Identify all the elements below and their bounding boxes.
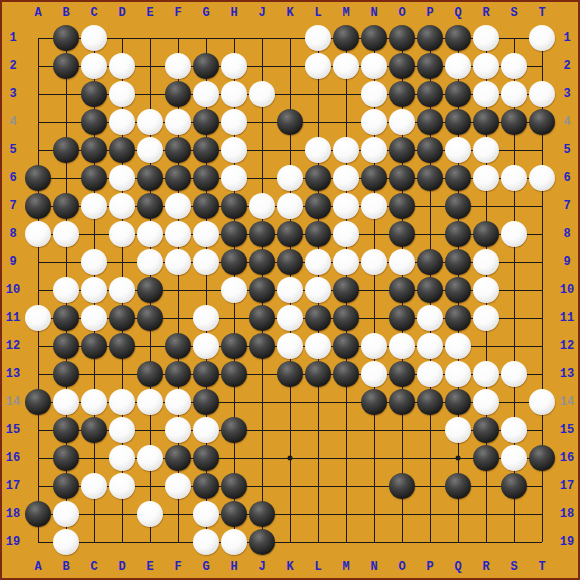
intersection-A10[interactable] [24,276,52,304]
intersection-S4[interactable] [500,108,528,136]
intersection-J13[interactable] [248,360,276,388]
intersection-K1[interactable] [276,24,304,52]
intersection-D19[interactable] [108,528,136,556]
intersection-F15[interactable] [164,416,192,444]
intersection-G5[interactable] [192,136,220,164]
intersection-N7[interactable] [360,192,388,220]
intersection-H18[interactable] [220,500,248,528]
intersection-J10[interactable] [248,276,276,304]
intersection-T7[interactable] [528,192,556,220]
intersection-H1[interactable] [220,24,248,52]
intersection-T17[interactable] [528,472,556,500]
intersection-B13[interactable] [52,360,80,388]
intersection-O13[interactable] [388,360,416,388]
intersection-L3[interactable] [304,80,332,108]
intersection-N16[interactable] [360,444,388,472]
intersection-B3[interactable] [52,80,80,108]
intersection-T6[interactable] [528,164,556,192]
intersection-F6[interactable] [164,164,192,192]
intersection-B10[interactable] [52,276,80,304]
intersection-M15[interactable] [332,416,360,444]
intersection-G8[interactable] [192,220,220,248]
intersection-O19[interactable] [388,528,416,556]
intersection-C6[interactable] [80,164,108,192]
intersection-P14[interactable] [416,388,444,416]
intersection-G4[interactable] [192,108,220,136]
intersection-P8[interactable] [416,220,444,248]
intersection-H12[interactable] [220,332,248,360]
intersection-R4[interactable] [472,108,500,136]
intersection-L5[interactable] [304,136,332,164]
intersection-R5[interactable] [472,136,500,164]
intersection-R19[interactable] [472,528,500,556]
intersection-E3[interactable] [136,80,164,108]
intersection-A2[interactable] [24,52,52,80]
intersection-D7[interactable] [108,192,136,220]
intersection-M11[interactable] [332,304,360,332]
intersection-N9[interactable] [360,248,388,276]
intersection-D5[interactable] [108,136,136,164]
intersection-R1[interactable] [472,24,500,52]
intersection-M19[interactable] [332,528,360,556]
intersection-A18[interactable] [24,500,52,528]
intersection-C1[interactable] [80,24,108,52]
intersection-H5[interactable] [220,136,248,164]
intersection-E11[interactable] [136,304,164,332]
intersection-L6[interactable] [304,164,332,192]
intersection-F3[interactable] [164,80,192,108]
intersection-J16[interactable] [248,444,276,472]
intersection-R8[interactable] [472,220,500,248]
intersection-G16[interactable] [192,444,220,472]
intersection-N3[interactable] [360,80,388,108]
intersection-K7[interactable] [276,192,304,220]
intersection-L1[interactable] [304,24,332,52]
intersection-H16[interactable] [220,444,248,472]
intersection-K8[interactable] [276,220,304,248]
intersection-P11[interactable] [416,304,444,332]
intersection-H2[interactable] [220,52,248,80]
intersection-R7[interactable] [472,192,500,220]
intersection-Q2[interactable] [444,52,472,80]
intersection-C7[interactable] [80,192,108,220]
intersection-A12[interactable] [24,332,52,360]
intersection-Q5[interactable] [444,136,472,164]
intersection-B16[interactable] [52,444,80,472]
intersection-L13[interactable] [304,360,332,388]
intersection-B5[interactable] [52,136,80,164]
intersection-F16[interactable] [164,444,192,472]
intersection-R17[interactable] [472,472,500,500]
intersection-G19[interactable] [192,528,220,556]
intersection-A1[interactable] [24,24,52,52]
intersection-P17[interactable] [416,472,444,500]
intersection-M3[interactable] [332,80,360,108]
intersection-H11[interactable] [220,304,248,332]
intersection-E13[interactable] [136,360,164,388]
intersection-O9[interactable] [388,248,416,276]
intersection-H3[interactable] [220,80,248,108]
intersection-E17[interactable] [136,472,164,500]
intersection-P9[interactable] [416,248,444,276]
intersection-Q4[interactable] [444,108,472,136]
intersection-F12[interactable] [164,332,192,360]
intersection-R16[interactable] [472,444,500,472]
intersection-N12[interactable] [360,332,388,360]
intersection-K3[interactable] [276,80,304,108]
intersection-P4[interactable] [416,108,444,136]
intersection-A4[interactable] [24,108,52,136]
intersection-R2[interactable] [472,52,500,80]
intersection-M6[interactable] [332,164,360,192]
intersection-R6[interactable] [472,164,500,192]
intersection-K15[interactable] [276,416,304,444]
intersection-S11[interactable] [500,304,528,332]
intersection-E18[interactable] [136,500,164,528]
intersection-J17[interactable] [248,472,276,500]
intersection-J6[interactable] [248,164,276,192]
intersection-C8[interactable] [80,220,108,248]
intersection-H8[interactable] [220,220,248,248]
intersection-T4[interactable] [528,108,556,136]
intersection-G6[interactable] [192,164,220,192]
intersection-F18[interactable] [164,500,192,528]
intersection-M1[interactable] [332,24,360,52]
intersection-G15[interactable] [192,416,220,444]
intersection-E15[interactable] [136,416,164,444]
intersection-L11[interactable] [304,304,332,332]
intersection-J5[interactable] [248,136,276,164]
intersection-E2[interactable] [136,52,164,80]
intersection-L12[interactable] [304,332,332,360]
intersection-Q16[interactable] [444,444,472,472]
intersection-C16[interactable] [80,444,108,472]
intersection-Q15[interactable] [444,416,472,444]
intersection-C5[interactable] [80,136,108,164]
intersection-D11[interactable] [108,304,136,332]
intersection-T3[interactable] [528,80,556,108]
intersection-P3[interactable] [416,80,444,108]
intersection-J8[interactable] [248,220,276,248]
intersection-S5[interactable] [500,136,528,164]
intersection-D10[interactable] [108,276,136,304]
intersection-T2[interactable] [528,52,556,80]
intersection-G1[interactable] [192,24,220,52]
intersection-D9[interactable] [108,248,136,276]
intersection-C15[interactable] [80,416,108,444]
intersection-N2[interactable] [360,52,388,80]
intersection-L14[interactable] [304,388,332,416]
intersection-A15[interactable] [24,416,52,444]
intersection-Q10[interactable] [444,276,472,304]
intersection-Q8[interactable] [444,220,472,248]
intersection-S8[interactable] [500,220,528,248]
intersection-D15[interactable] [108,416,136,444]
intersection-L7[interactable] [304,192,332,220]
intersection-N15[interactable] [360,416,388,444]
intersection-M14[interactable] [332,388,360,416]
intersection-H17[interactable] [220,472,248,500]
intersection-H13[interactable] [220,360,248,388]
intersection-O16[interactable] [388,444,416,472]
intersection-E16[interactable] [136,444,164,472]
intersection-T16[interactable] [528,444,556,472]
intersection-N10[interactable] [360,276,388,304]
intersection-O3[interactable] [388,80,416,108]
intersection-D16[interactable] [108,444,136,472]
intersection-R11[interactable] [472,304,500,332]
intersection-D8[interactable] [108,220,136,248]
intersection-K12[interactable] [276,332,304,360]
intersection-D12[interactable] [108,332,136,360]
intersection-N14[interactable] [360,388,388,416]
intersection-B17[interactable] [52,472,80,500]
intersection-D3[interactable] [108,80,136,108]
intersection-M8[interactable] [332,220,360,248]
intersection-G12[interactable] [192,332,220,360]
intersection-T18[interactable] [528,500,556,528]
intersection-T12[interactable] [528,332,556,360]
intersection-Q18[interactable] [444,500,472,528]
intersection-P7[interactable] [416,192,444,220]
intersection-F9[interactable] [164,248,192,276]
intersection-S9[interactable] [500,248,528,276]
intersection-K10[interactable] [276,276,304,304]
intersection-O12[interactable] [388,332,416,360]
intersection-L9[interactable] [304,248,332,276]
intersection-E12[interactable] [136,332,164,360]
intersection-F4[interactable] [164,108,192,136]
intersection-H14[interactable] [220,388,248,416]
intersection-N5[interactable] [360,136,388,164]
intersection-L8[interactable] [304,220,332,248]
intersection-L17[interactable] [304,472,332,500]
intersection-S16[interactable] [500,444,528,472]
intersection-R15[interactable] [472,416,500,444]
intersection-O6[interactable] [388,164,416,192]
intersection-L15[interactable] [304,416,332,444]
intersection-R9[interactable] [472,248,500,276]
intersection-S14[interactable] [500,388,528,416]
intersection-H7[interactable] [220,192,248,220]
intersection-F11[interactable] [164,304,192,332]
intersection-O14[interactable] [388,388,416,416]
intersection-J9[interactable] [248,248,276,276]
intersection-F19[interactable] [164,528,192,556]
intersection-J3[interactable] [248,80,276,108]
intersection-C9[interactable] [80,248,108,276]
intersection-D18[interactable] [108,500,136,528]
intersection-B12[interactable] [52,332,80,360]
intersection-P15[interactable] [416,416,444,444]
intersection-K13[interactable] [276,360,304,388]
intersection-Q12[interactable] [444,332,472,360]
intersection-L16[interactable] [304,444,332,472]
intersection-K4[interactable] [276,108,304,136]
intersection-D14[interactable] [108,388,136,416]
intersection-C14[interactable] [80,388,108,416]
intersection-B9[interactable] [52,248,80,276]
intersection-J2[interactable] [248,52,276,80]
intersection-K2[interactable] [276,52,304,80]
intersection-E1[interactable] [136,24,164,52]
intersection-F5[interactable] [164,136,192,164]
intersection-A7[interactable] [24,192,52,220]
intersection-E4[interactable] [136,108,164,136]
intersection-P6[interactable] [416,164,444,192]
intersection-D1[interactable] [108,24,136,52]
intersection-M9[interactable] [332,248,360,276]
intersection-B2[interactable] [52,52,80,80]
intersection-Q14[interactable] [444,388,472,416]
intersection-Q6[interactable] [444,164,472,192]
intersection-M16[interactable] [332,444,360,472]
intersection-S1[interactable] [500,24,528,52]
intersection-T19[interactable] [528,528,556,556]
intersection-R10[interactable] [472,276,500,304]
intersection-P1[interactable] [416,24,444,52]
intersection-B19[interactable] [52,528,80,556]
intersection-P5[interactable] [416,136,444,164]
intersection-S10[interactable] [500,276,528,304]
intersection-L10[interactable] [304,276,332,304]
intersection-L2[interactable] [304,52,332,80]
intersection-H4[interactable] [220,108,248,136]
intersection-D2[interactable] [108,52,136,80]
intersection-N4[interactable] [360,108,388,136]
intersection-B14[interactable] [52,388,80,416]
intersection-J1[interactable] [248,24,276,52]
intersection-G3[interactable] [192,80,220,108]
intersection-K18[interactable] [276,500,304,528]
intersection-T5[interactable] [528,136,556,164]
intersection-K5[interactable] [276,136,304,164]
intersection-B15[interactable] [52,416,80,444]
intersection-C3[interactable] [80,80,108,108]
intersection-O10[interactable] [388,276,416,304]
intersection-T13[interactable] [528,360,556,388]
intersection-Q19[interactable] [444,528,472,556]
intersection-N17[interactable] [360,472,388,500]
intersection-R18[interactable] [472,500,500,528]
intersection-S15[interactable] [500,416,528,444]
intersection-B7[interactable] [52,192,80,220]
intersection-S19[interactable] [500,528,528,556]
intersection-S17[interactable] [500,472,528,500]
intersection-N19[interactable] [360,528,388,556]
intersection-H19[interactable] [220,528,248,556]
intersection-N8[interactable] [360,220,388,248]
intersection-S12[interactable] [500,332,528,360]
intersection-B11[interactable] [52,304,80,332]
intersection-M7[interactable] [332,192,360,220]
intersection-R12[interactable] [472,332,500,360]
intersection-C12[interactable] [80,332,108,360]
intersection-M4[interactable] [332,108,360,136]
intersection-T15[interactable] [528,416,556,444]
intersection-M2[interactable] [332,52,360,80]
intersection-T11[interactable] [528,304,556,332]
intersection-E14[interactable] [136,388,164,416]
intersection-J4[interactable] [248,108,276,136]
intersection-O18[interactable] [388,500,416,528]
intersection-J7[interactable] [248,192,276,220]
intersection-S7[interactable] [500,192,528,220]
intersection-T1[interactable] [528,24,556,52]
intersection-M17[interactable] [332,472,360,500]
intersection-K17[interactable] [276,472,304,500]
intersection-Q11[interactable] [444,304,472,332]
intersection-C19[interactable] [80,528,108,556]
intersection-C11[interactable] [80,304,108,332]
intersection-H9[interactable] [220,248,248,276]
intersection-A6[interactable] [24,164,52,192]
intersection-T8[interactable] [528,220,556,248]
intersection-R3[interactable] [472,80,500,108]
intersection-O15[interactable] [388,416,416,444]
intersection-O4[interactable] [388,108,416,136]
intersection-Q9[interactable] [444,248,472,276]
intersection-S13[interactable] [500,360,528,388]
intersection-K19[interactable] [276,528,304,556]
intersection-B4[interactable] [52,108,80,136]
intersection-S18[interactable] [500,500,528,528]
intersection-G11[interactable] [192,304,220,332]
intersection-S3[interactable] [500,80,528,108]
intersection-C17[interactable] [80,472,108,500]
intersection-R14[interactable] [472,388,500,416]
intersection-A19[interactable] [24,528,52,556]
intersection-M18[interactable] [332,500,360,528]
intersection-K11[interactable] [276,304,304,332]
intersection-F1[interactable] [164,24,192,52]
intersection-K6[interactable] [276,164,304,192]
intersection-N11[interactable] [360,304,388,332]
intersection-Q17[interactable] [444,472,472,500]
intersection-T10[interactable] [528,276,556,304]
intersection-F8[interactable] [164,220,192,248]
intersection-M12[interactable] [332,332,360,360]
intersection-Q13[interactable] [444,360,472,388]
intersection-P16[interactable] [416,444,444,472]
intersection-E10[interactable] [136,276,164,304]
intersection-G9[interactable] [192,248,220,276]
intersection-A3[interactable] [24,80,52,108]
intersection-O1[interactable] [388,24,416,52]
intersection-N6[interactable] [360,164,388,192]
intersection-K14[interactable] [276,388,304,416]
intersection-E19[interactable] [136,528,164,556]
intersection-L18[interactable] [304,500,332,528]
intersection-K9[interactable] [276,248,304,276]
intersection-E7[interactable] [136,192,164,220]
intersection-P2[interactable] [416,52,444,80]
intersection-C2[interactable] [80,52,108,80]
intersection-J19[interactable] [248,528,276,556]
intersection-J14[interactable] [248,388,276,416]
intersection-H10[interactable] [220,276,248,304]
intersection-Q1[interactable] [444,24,472,52]
intersection-O17[interactable] [388,472,416,500]
intersection-B8[interactable] [52,220,80,248]
intersection-C4[interactable] [80,108,108,136]
intersection-A8[interactable] [24,220,52,248]
intersection-J11[interactable] [248,304,276,332]
intersection-E9[interactable] [136,248,164,276]
intersection-D17[interactable] [108,472,136,500]
intersection-O5[interactable] [388,136,416,164]
intersection-C18[interactable] [80,500,108,528]
